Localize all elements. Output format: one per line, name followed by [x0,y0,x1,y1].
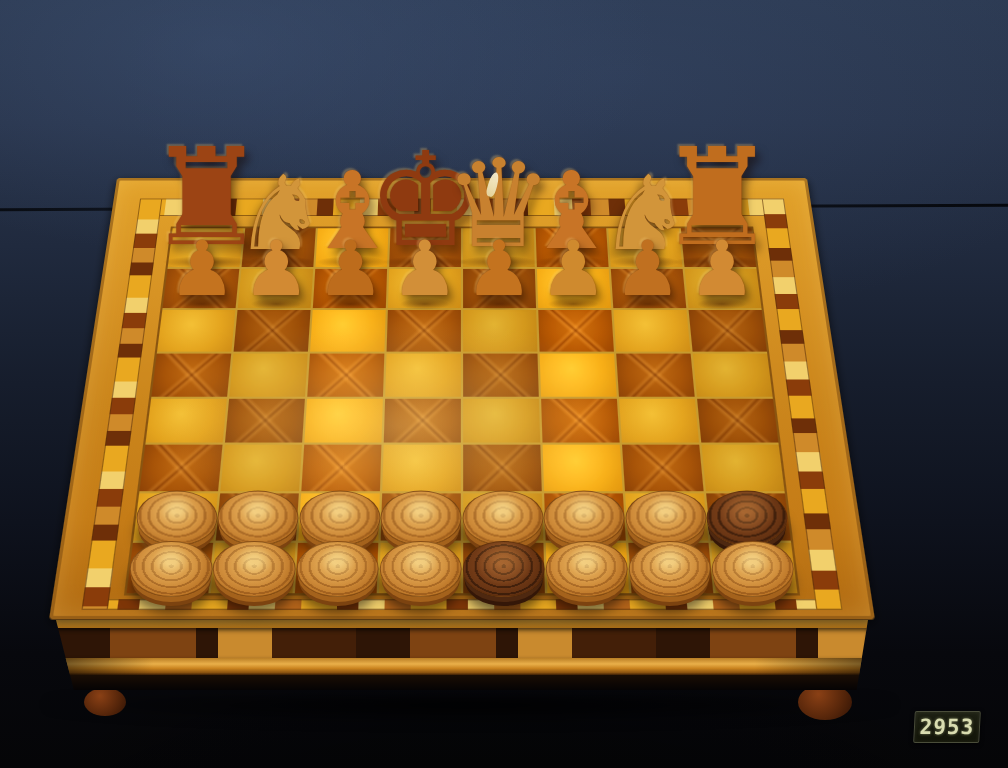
case-inlay-band [56,628,868,658]
square-d2[interactable] [381,493,461,541]
square-b8[interactable] [242,228,316,266]
square-e3[interactable] [463,445,542,491]
square-h8[interactable] [681,228,756,266]
square-a4[interactable] [146,398,227,442]
square-c7[interactable] [313,269,387,309]
square-b3[interactable] [220,445,302,491]
square-e8[interactable] [463,228,535,266]
square-g8[interactable] [608,228,682,266]
square-b6[interactable] [234,310,311,351]
case-shadow [56,675,868,690]
square-g2[interactable] [625,493,708,541]
square-f8[interactable] [536,228,609,266]
board-grid [127,228,798,593]
square-h7[interactable] [685,269,762,309]
square-e2[interactable] [463,493,543,541]
square-d3[interactable] [382,445,461,491]
case-rail [56,620,868,628]
square-b4[interactable] [225,398,305,442]
square-a5[interactable] [151,353,231,396]
square-b2[interactable] [216,493,299,541]
square-e7[interactable] [463,269,536,309]
square-h2[interactable] [706,493,791,541]
square-b5[interactable] [229,353,307,396]
square-e5[interactable] [463,353,539,396]
square-c3[interactable] [301,445,381,491]
square-g4[interactable] [619,398,699,442]
square-a2[interactable] [133,493,218,541]
frame-inlay-bottom [82,599,843,610]
square-d5[interactable] [385,353,461,396]
square-h4[interactable] [697,398,778,442]
square-h1[interactable] [711,543,798,593]
square-g5[interactable] [616,353,694,396]
square-d8[interactable] [389,228,461,266]
square-b7[interactable] [238,269,314,309]
square-g3[interactable] [622,445,704,491]
square-f2[interactable] [544,493,626,541]
case-molding [56,658,868,675]
square-a3[interactable] [139,445,222,491]
square-d4[interactable] [384,398,461,442]
square-h6[interactable] [689,310,767,351]
museum-display: ♜♞♝♚♛♝♞♜♟♟♟♟♟♟♟♟ 2953 [0,0,1008,768]
square-c2[interactable] [298,493,380,541]
square-d7[interactable] [388,269,461,309]
square-e4[interactable] [463,398,540,442]
frame-inlay-top [138,199,787,216]
square-f4[interactable] [541,398,620,442]
floor-shadow [46,696,894,724]
square-c6[interactable] [310,310,386,351]
square-f5[interactable] [540,353,617,396]
square-c4[interactable] [304,398,383,442]
exhibit-label: 2953 [913,711,981,743]
square-e1[interactable] [463,543,545,593]
ball-foot-left [84,688,126,716]
square-f7[interactable] [537,269,611,309]
exhibit-number: 2953 [919,715,975,739]
square-h5[interactable] [693,353,773,396]
square-f3[interactable] [543,445,623,491]
square-a7[interactable] [163,269,240,309]
square-c1[interactable] [295,543,378,593]
square-f6[interactable] [538,310,614,351]
square-f1[interactable] [546,543,629,593]
square-b1[interactable] [211,543,296,593]
square-g6[interactable] [613,310,690,351]
square-e6[interactable] [463,310,537,351]
square-g1[interactable] [628,543,713,593]
square-g7[interactable] [611,269,687,309]
square-d6[interactable] [387,310,461,351]
board-case-front [56,620,868,690]
square-a6[interactable] [157,310,235,351]
square-d1[interactable] [379,543,461,593]
square-h3[interactable] [701,445,784,491]
square-c8[interactable] [315,228,388,266]
square-a8[interactable] [168,228,243,266]
square-c5[interactable] [307,353,384,396]
chessboard [49,178,875,620]
square-a1[interactable] [127,543,214,593]
